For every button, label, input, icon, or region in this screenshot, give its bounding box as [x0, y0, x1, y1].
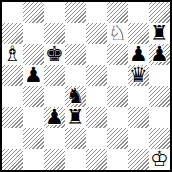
square-a4[interactable] — [2, 86, 23, 107]
piece-black-pawn-icon: ♟ — [23, 65, 44, 86]
square-h7[interactable]: ♜ — [149, 23, 170, 44]
square-g6[interactable]: ♟ — [128, 44, 149, 65]
square-e4[interactable] — [86, 86, 107, 107]
white-piece-fill: ♝ — [2, 43, 23, 65]
black-piece-glyph: ♟ — [23, 64, 44, 86]
black-piece-glyph: ♟ — [149, 43, 170, 65]
square-a3[interactable] — [2, 107, 23, 128]
square-b3[interactable] — [23, 107, 44, 128]
square-e1[interactable] — [86, 149, 107, 170]
square-c8[interactable] — [44, 2, 65, 23]
black-piece-glyph: ♟ — [44, 106, 65, 128]
square-f4[interactable] — [107, 86, 128, 107]
square-c2[interactable] — [44, 128, 65, 149]
square-a2[interactable] — [2, 128, 23, 149]
chess-board: ♞♘♜♝♗♚♟♟♟♛♞♟♜♚♔ — [0, 0, 172, 172]
square-b6[interactable] — [23, 44, 44, 65]
square-c1[interactable] — [44, 149, 65, 170]
square-e5[interactable] — [86, 65, 107, 86]
square-d6[interactable] — [65, 44, 86, 65]
square-d1[interactable] — [65, 149, 86, 170]
square-g4[interactable] — [128, 86, 149, 107]
square-h1[interactable]: ♚♔ — [149, 149, 170, 170]
square-b7[interactable] — [23, 23, 44, 44]
square-d2[interactable] — [65, 128, 86, 149]
square-f7[interactable]: ♞♘ — [107, 23, 128, 44]
square-c3[interactable]: ♟ — [44, 107, 65, 128]
square-h2[interactable] — [149, 128, 170, 149]
square-b2[interactable] — [23, 128, 44, 149]
piece-black-queen-icon: ♛ — [128, 65, 149, 86]
square-g1[interactable] — [128, 149, 149, 170]
square-a6[interactable]: ♝♗ — [2, 44, 23, 65]
square-e7[interactable] — [86, 23, 107, 44]
piece-white-king-icon: ♚♔ — [149, 149, 170, 170]
square-f3[interactable] — [107, 107, 128, 128]
white-piece-outline: ♔ — [149, 148, 170, 170]
square-a1[interactable] — [2, 149, 23, 170]
black-piece-glyph: ♛ — [128, 64, 149, 86]
piece-black-knight-icon: ♞ — [65, 86, 86, 107]
square-f5[interactable] — [107, 65, 128, 86]
black-piece-glyph: ♟ — [128, 43, 149, 65]
square-d3[interactable]: ♜ — [65, 107, 86, 128]
square-g7[interactable] — [128, 23, 149, 44]
square-g2[interactable] — [128, 128, 149, 149]
square-e6[interactable] — [86, 44, 107, 65]
black-piece-glyph: ♜ — [65, 106, 86, 128]
square-f6[interactable] — [107, 44, 128, 65]
piece-black-rook-icon: ♜ — [149, 23, 170, 44]
black-piece-glyph: ♚ — [44, 43, 65, 65]
square-c4[interactable] — [44, 86, 65, 107]
square-f1[interactable] — [107, 149, 128, 170]
square-f2[interactable] — [107, 128, 128, 149]
piece-black-king-icon: ♚ — [44, 44, 65, 65]
square-g5[interactable]: ♛ — [128, 65, 149, 86]
square-g8[interactable] — [128, 2, 149, 23]
square-b5[interactable]: ♟ — [23, 65, 44, 86]
square-c7[interactable] — [44, 23, 65, 44]
square-b4[interactable] — [23, 86, 44, 107]
square-a7[interactable] — [2, 23, 23, 44]
black-piece-glyph: ♞ — [65, 85, 86, 107]
white-piece-fill: ♞ — [107, 22, 128, 44]
square-a8[interactable] — [2, 2, 23, 23]
square-g3[interactable] — [128, 107, 149, 128]
piece-white-knight-icon: ♞♘ — [107, 23, 128, 44]
square-h4[interactable] — [149, 86, 170, 107]
square-e2[interactable] — [86, 128, 107, 149]
piece-black-pawn-icon: ♟ — [44, 107, 65, 128]
black-piece-glyph: ♜ — [149, 22, 170, 44]
square-c6[interactable]: ♚ — [44, 44, 65, 65]
square-d8[interactable] — [65, 2, 86, 23]
square-e8[interactable] — [86, 2, 107, 23]
square-b1[interactable] — [23, 149, 44, 170]
square-b8[interactable] — [23, 2, 44, 23]
piece-white-bishop-icon: ♝♗ — [2, 44, 23, 65]
piece-black-rook-icon: ♜ — [65, 107, 86, 128]
white-piece-outline: ♘ — [107, 22, 128, 44]
square-c5[interactable] — [44, 65, 65, 86]
piece-black-pawn-icon: ♟ — [149, 44, 170, 65]
square-e3[interactable] — [86, 107, 107, 128]
square-d4[interactable]: ♞ — [65, 86, 86, 107]
square-h6[interactable]: ♟ — [149, 44, 170, 65]
white-piece-fill: ♚ — [149, 148, 170, 170]
square-h8[interactable] — [149, 2, 170, 23]
square-d7[interactable] — [65, 23, 86, 44]
square-h3[interactable] — [149, 107, 170, 128]
square-d5[interactable] — [65, 65, 86, 86]
piece-black-pawn-icon: ♟ — [128, 44, 149, 65]
square-a5[interactable] — [2, 65, 23, 86]
square-f8[interactable] — [107, 2, 128, 23]
square-h5[interactable] — [149, 65, 170, 86]
white-piece-outline: ♗ — [2, 43, 23, 65]
